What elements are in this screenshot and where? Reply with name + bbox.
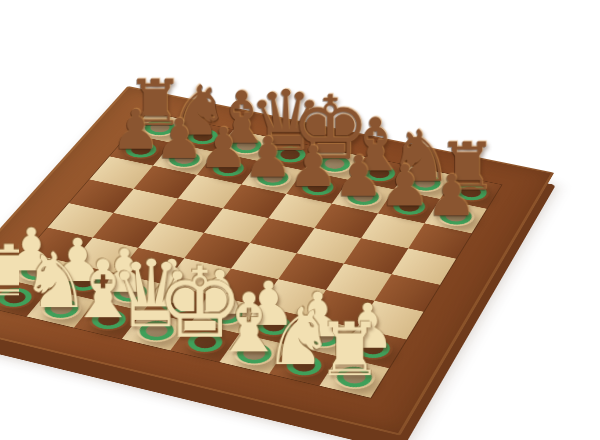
chess-set-photo-scene: ♜♞♝♛♚♝♞♜♟♟♟♟♟♟♟♟♟♟♟♟♟♟♟♟♜♞♝♛♚♝♞♜ [0, 0, 600, 440]
rook-glyph: ♜ [316, 317, 382, 385]
chess-board: ♜♞♝♛♚♝♞♜♟♟♟♟♟♟♟♟♟♟♟♟♟♟♟♟♜♞♝♛♚♝♞♜ [0, 86, 554, 436]
